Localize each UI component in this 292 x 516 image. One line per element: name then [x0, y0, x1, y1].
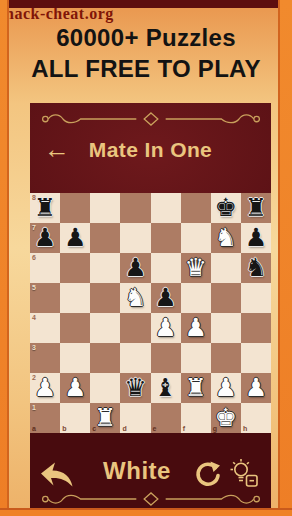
- square-f6[interactable]: ♛: [181, 253, 211, 283]
- square-h1[interactable]: h: [241, 403, 271, 433]
- piece-bR-a8[interactable]: ♜: [30, 193, 60, 223]
- ornament-divider-bottom: [38, 490, 263, 508]
- square-a4[interactable]: 4: [30, 313, 60, 343]
- square-e5[interactable]: ♟: [151, 283, 181, 313]
- piece-bP-e5[interactable]: ♟: [151, 283, 181, 313]
- square-g1[interactable]: g♚: [211, 403, 241, 433]
- piece-bK-g8[interactable]: ♚: [211, 193, 241, 223]
- square-f4[interactable]: ♟: [181, 313, 211, 343]
- rank-label-4: 4: [32, 314, 36, 321]
- bottom-bar: White: [30, 433, 271, 510]
- piece-wP-e4[interactable]: ♟: [151, 313, 181, 343]
- square-d7[interactable]: [120, 223, 150, 253]
- square-h7[interactable]: ♟: [241, 223, 271, 253]
- square-b2[interactable]: ♟: [60, 373, 90, 403]
- square-f1[interactable]: f: [181, 403, 211, 433]
- square-h5[interactable]: [241, 283, 271, 313]
- piece-bN-h6[interactable]: ♞: [241, 253, 271, 283]
- piece-bR-h8[interactable]: ♜: [241, 193, 271, 223]
- square-g7[interactable]: ♞: [211, 223, 241, 253]
- square-g3[interactable]: [211, 343, 241, 373]
- square-f7[interactable]: [181, 223, 211, 253]
- square-a5[interactable]: 5: [30, 283, 60, 313]
- piece-bQ-d2[interactable]: ♛: [120, 373, 150, 403]
- piece-bP-a7[interactable]: ♟: [30, 223, 60, 253]
- square-b1[interactable]: b: [60, 403, 90, 433]
- square-d6[interactable]: ♟: [120, 253, 150, 283]
- piece-bB-e2[interactable]: ♝: [151, 373, 181, 403]
- piece-wN-d5[interactable]: ♞: [120, 283, 150, 313]
- square-a1[interactable]: 1a: [30, 403, 60, 433]
- chess-board: 8♜♚♜7♟♟♞♟6♟♛♞5♞♟4♟♟32♟♟♛♝♜♟♟1abc♜defg♚h: [30, 193, 271, 433]
- square-c8[interactable]: [90, 193, 120, 223]
- piece-wN-g7[interactable]: ♞: [211, 223, 241, 253]
- square-b4[interactable]: [60, 313, 90, 343]
- piece-wP-h2[interactable]: ♟: [241, 373, 271, 403]
- square-e6[interactable]: [151, 253, 181, 283]
- square-g8[interactable]: ♚: [211, 193, 241, 223]
- file-label-e: e: [153, 425, 157, 432]
- square-a6[interactable]: 6: [30, 253, 60, 283]
- square-c3[interactable]: [90, 343, 120, 373]
- square-f3[interactable]: [181, 343, 211, 373]
- ornament-divider-top: [38, 110, 263, 128]
- file-label-h: h: [243, 425, 247, 432]
- piece-wP-g2[interactable]: ♟: [211, 373, 241, 403]
- piece-wR-c1[interactable]: ♜: [90, 403, 120, 433]
- square-b7[interactable]: ♟: [60, 223, 90, 253]
- back-arrow-icon[interactable]: ←: [44, 133, 70, 165]
- square-c1[interactable]: c♜: [90, 403, 120, 433]
- square-h8[interactable]: ♜: [241, 193, 271, 223]
- top-red-bar: [7, 0, 283, 8]
- rank-label-1: 1: [32, 404, 36, 411]
- undo-button[interactable]: [38, 461, 74, 489]
- square-e1[interactable]: e: [151, 403, 181, 433]
- rank-label-5: 5: [32, 284, 36, 291]
- header: ← Mate In One: [30, 133, 271, 167]
- square-h3[interactable]: [241, 343, 271, 373]
- square-g2[interactable]: ♟: [211, 373, 241, 403]
- bottom-orange-bar: [0, 508, 292, 516]
- square-f8[interactable]: [181, 193, 211, 223]
- file-label-f: f: [183, 425, 185, 432]
- file-label-a: a: [32, 425, 36, 432]
- piece-wP-b2[interactable]: ♟: [60, 373, 90, 403]
- hint-bulb-icon[interactable]: [229, 458, 259, 488]
- square-e3[interactable]: [151, 343, 181, 373]
- piece-wP-f4[interactable]: ♟: [181, 313, 211, 343]
- piece-bP-h7[interactable]: ♟: [241, 223, 271, 253]
- file-label-d: d: [122, 425, 126, 432]
- square-b5[interactable]: [60, 283, 90, 313]
- piece-wQ-f6[interactable]: ♛: [181, 253, 211, 283]
- square-c7[interactable]: [90, 223, 120, 253]
- square-g4[interactable]: [211, 313, 241, 343]
- square-h4[interactable]: [241, 313, 271, 343]
- right-border-line: [278, 0, 280, 516]
- square-c5[interactable]: [90, 283, 120, 313]
- square-d2[interactable]: ♛: [120, 373, 150, 403]
- piece-wK-g1[interactable]: ♚: [211, 403, 241, 433]
- square-d4[interactable]: [120, 313, 150, 343]
- square-g5[interactable]: [211, 283, 241, 313]
- square-a3[interactable]: 3: [30, 343, 60, 373]
- square-a2[interactable]: 2♟: [30, 373, 60, 403]
- square-c4[interactable]: [90, 313, 120, 343]
- square-d1[interactable]: d: [120, 403, 150, 433]
- piece-bP-d6[interactable]: ♟: [120, 253, 150, 283]
- left-border-line: [7, 0, 9, 516]
- screenshot-canvas: hack-cheat.org 60000+ Puzzles ALL FREE T…: [0, 0, 292, 516]
- file-label-b: b: [62, 425, 66, 432]
- right-orange-border: [280, 0, 292, 516]
- square-b3[interactable]: [60, 343, 90, 373]
- rank-label-3: 3: [32, 344, 36, 351]
- square-a8[interactable]: 8♜: [30, 193, 60, 223]
- piece-wR-f2[interactable]: ♜: [181, 373, 211, 403]
- rank-label-6: 6: [32, 254, 36, 261]
- piece-bP-b7[interactable]: ♟: [60, 223, 90, 253]
- square-f2[interactable]: ♜: [181, 373, 211, 403]
- square-f5[interactable]: [181, 283, 211, 313]
- square-g6[interactable]: [211, 253, 241, 283]
- piece-wP-a2[interactable]: ♟: [30, 373, 60, 403]
- square-h6[interactable]: ♞: [241, 253, 271, 283]
- square-d8[interactable]: [120, 193, 150, 223]
- square-c6[interactable]: [90, 253, 120, 283]
- square-d5[interactable]: ♞: [120, 283, 150, 313]
- square-d3[interactable]: [120, 343, 150, 373]
- square-b6[interactable]: [60, 253, 90, 283]
- square-b8[interactable]: [60, 193, 90, 223]
- restart-icon[interactable]: [193, 460, 221, 488]
- square-c2[interactable]: [90, 373, 120, 403]
- square-e4[interactable]: ♟: [151, 313, 181, 343]
- square-e7[interactable]: [151, 223, 181, 253]
- app-screenshot: ← Mate In One 8♜♚♜7♟♟♞♟6♟♛♞5♞♟4♟♟32♟♟♛♝♜…: [30, 103, 271, 510]
- turn-label: White: [82, 457, 192, 485]
- square-a7[interactable]: 7♟: [30, 223, 60, 253]
- square-e8[interactable]: [151, 193, 181, 223]
- promo-line2: ALL FREE TO PLAY: [0, 55, 292, 83]
- square-h2[interactable]: ♟: [241, 373, 271, 403]
- promo-line1: 60000+ Puzzles: [0, 24, 292, 52]
- square-e2[interactable]: ♝: [151, 373, 181, 403]
